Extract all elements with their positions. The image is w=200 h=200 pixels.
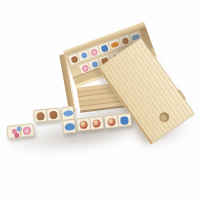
domino-half — [19, 124, 33, 136]
domino-half — [63, 119, 75, 133]
brown-bear-icon — [49, 110, 58, 119]
red-shell-icon — [92, 119, 101, 128]
product-photo — [0, 0, 200, 200]
domino-tile[interactable] — [6, 123, 34, 139]
red-shell-icon — [79, 120, 88, 129]
domino-tile[interactable] — [104, 113, 132, 129]
domino-half — [77, 118, 90, 130]
flowers-mix-icon — [11, 129, 16, 134]
domino-half — [7, 126, 20, 138]
blue-fish-icon — [63, 110, 74, 117]
domino-half — [89, 117, 103, 129]
red-shell-icon — [107, 117, 116, 126]
brown-squirrel-icon — [36, 111, 45, 120]
domino-tile[interactable] — [61, 106, 77, 134]
domino-half — [117, 114, 131, 126]
domino-half — [46, 108, 60, 120]
blue-whale-icon — [64, 122, 75, 130]
domino-tile[interactable] — [76, 116, 104, 132]
domino-tile[interactable] — [33, 107, 61, 123]
domino-half — [105, 115, 118, 127]
pink-flower-icon — [23, 126, 32, 135]
domino-half — [34, 110, 47, 122]
lid-finger-hole-icon — [157, 110, 171, 124]
blue-monster-icon — [120, 116, 129, 125]
domino-chain — [5, 99, 141, 155]
